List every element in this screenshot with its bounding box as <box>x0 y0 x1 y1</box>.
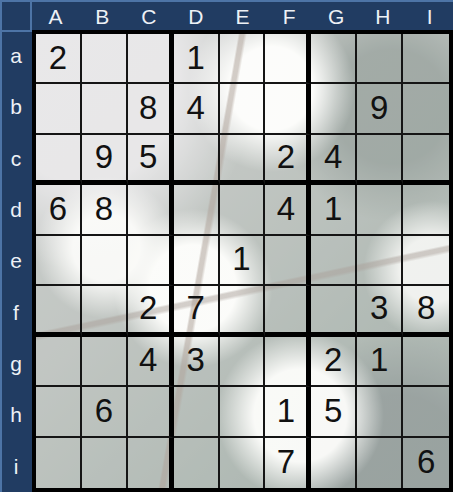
cell-Bf[interactable] <box>82 286 128 336</box>
cell-Ga[interactable] <box>311 34 357 84</box>
cell-Ge[interactable] <box>311 236 357 286</box>
cell-Bg[interactable] <box>82 337 128 387</box>
col-label-A: A <box>32 2 79 30</box>
cell-Cc[interactable]: 5 <box>128 135 174 185</box>
cell-Ff[interactable] <box>265 286 311 336</box>
cell-Eh[interactable] <box>220 387 266 437</box>
cell-Ci[interactable] <box>128 438 174 488</box>
row-label-i: i <box>2 441 30 492</box>
cell-Fh[interactable]: 1 <box>265 387 311 437</box>
cell-Dd[interactable] <box>174 185 220 235</box>
cell-Hf[interactable]: 3 <box>357 286 403 336</box>
cell-Ii[interactable]: 6 <box>403 438 449 488</box>
cell-Gb[interactable] <box>311 84 357 134</box>
cell-He[interactable] <box>357 236 403 286</box>
cell-Ae[interactable] <box>36 236 82 286</box>
cell-Ce[interactable] <box>128 236 174 286</box>
cell-Bh[interactable]: 6 <box>82 387 128 437</box>
cell-Bi[interactable] <box>82 438 128 488</box>
cell-Gc[interactable]: 4 <box>311 135 357 185</box>
cell-Aa[interactable]: 2 <box>36 34 82 84</box>
cell-Be[interactable] <box>82 236 128 286</box>
cell-Ch[interactable] <box>128 387 174 437</box>
cell-Hh[interactable] <box>357 387 403 437</box>
cell-Hb[interactable]: 9 <box>357 84 403 134</box>
cell-Hg[interactable]: 1 <box>357 337 403 387</box>
cell-Af[interactable] <box>36 286 82 336</box>
cell-Bb[interactable] <box>82 84 128 134</box>
cell-Ag[interactable] <box>36 337 82 387</box>
cell-Da[interactable]: 1 <box>174 34 220 84</box>
cell-Bc[interactable]: 9 <box>82 135 128 185</box>
cell-Cg[interactable]: 4 <box>128 337 174 387</box>
sudoku-grid: 218499524684112738432161576 <box>32 30 453 492</box>
cell-Fi[interactable]: 7 <box>265 438 311 488</box>
cell-Ai[interactable] <box>36 438 82 488</box>
cell-Hd[interactable] <box>357 185 403 235</box>
cell-Cb[interactable]: 8 <box>128 84 174 134</box>
row-label-g: g <box>2 338 30 389</box>
cell-Gg[interactable]: 2 <box>311 337 357 387</box>
cell-Db[interactable]: 4 <box>174 84 220 134</box>
row-label-e: e <box>2 235 30 286</box>
col-label-C: C <box>126 2 173 30</box>
col-label-F: F <box>266 2 313 30</box>
cell-Ad[interactable]: 6 <box>36 185 82 235</box>
cell-Ie[interactable] <box>403 236 449 286</box>
row-label-b: b <box>2 81 30 132</box>
cell-De[interactable] <box>174 236 220 286</box>
col-label-E: E <box>219 2 266 30</box>
corner-square <box>2 2 32 32</box>
cell-Bd[interactable]: 8 <box>82 185 128 235</box>
cell-Dg[interactable]: 3 <box>174 337 220 387</box>
cell-Df[interactable]: 7 <box>174 286 220 336</box>
cell-Ic[interactable] <box>403 135 449 185</box>
row-label-a: a <box>2 30 30 81</box>
cell-Ig[interactable] <box>403 337 449 387</box>
col-label-G: G <box>313 2 360 30</box>
cell-Id[interactable] <box>403 185 449 235</box>
cell-Fd[interactable]: 4 <box>265 185 311 235</box>
cell-Dh[interactable] <box>174 387 220 437</box>
cell-Hc[interactable] <box>357 135 403 185</box>
column-headers: ABCDEFGHI <box>32 2 453 30</box>
cell-Hi[interactable] <box>357 438 403 488</box>
cell-Fb[interactable] <box>265 84 311 134</box>
cell-Ed[interactable] <box>220 185 266 235</box>
col-label-D: D <box>172 2 219 30</box>
cell-Ca[interactable] <box>128 34 174 84</box>
cell-Gi[interactable] <box>311 438 357 488</box>
sudoku-page: ABCDEFGHI abcdefghi 21849952468411273843… <box>0 0 453 492</box>
cell-Fe[interactable] <box>265 236 311 286</box>
cell-Ia[interactable] <box>403 34 449 84</box>
cell-Ei[interactable] <box>220 438 266 488</box>
col-label-I: I <box>406 2 453 30</box>
row-labels: abcdefghi <box>2 30 30 492</box>
row-label-f: f <box>2 287 30 338</box>
row-label-h: h <box>2 389 30 440</box>
col-label-B: B <box>79 2 126 30</box>
cell-Ah[interactable] <box>36 387 82 437</box>
cell-Cd[interactable] <box>128 185 174 235</box>
cell-Gd[interactable]: 1 <box>311 185 357 235</box>
col-label-H: H <box>359 2 406 30</box>
cell-Ac[interactable] <box>36 135 82 185</box>
cell-If[interactable]: 8 <box>403 286 449 336</box>
cell-Fa[interactable] <box>265 34 311 84</box>
cell-Fc[interactable]: 2 <box>265 135 311 185</box>
cell-Ha[interactable] <box>357 34 403 84</box>
cell-Gh[interactable]: 5 <box>311 387 357 437</box>
cell-Ea[interactable] <box>220 34 266 84</box>
cell-Ee[interactable]: 1 <box>220 236 266 286</box>
cell-Cf[interactable]: 2 <box>128 286 174 336</box>
cell-Ih[interactable] <box>403 387 449 437</box>
cell-Ba[interactable] <box>82 34 128 84</box>
cell-Di[interactable] <box>174 438 220 488</box>
cell-Fg[interactable] <box>265 337 311 387</box>
row-label-d: d <box>2 184 30 235</box>
cell-Ab[interactable] <box>36 84 82 134</box>
cell-Dc[interactable] <box>174 135 220 185</box>
cell-Gf[interactable] <box>311 286 357 336</box>
row-label-c: c <box>2 133 30 184</box>
cell-Ec[interactable] <box>220 135 266 185</box>
cell-Eg[interactable] <box>220 337 266 387</box>
cell-Ib[interactable] <box>403 84 449 134</box>
cell-Eb[interactable] <box>220 84 266 134</box>
cell-Ef[interactable] <box>220 286 266 336</box>
